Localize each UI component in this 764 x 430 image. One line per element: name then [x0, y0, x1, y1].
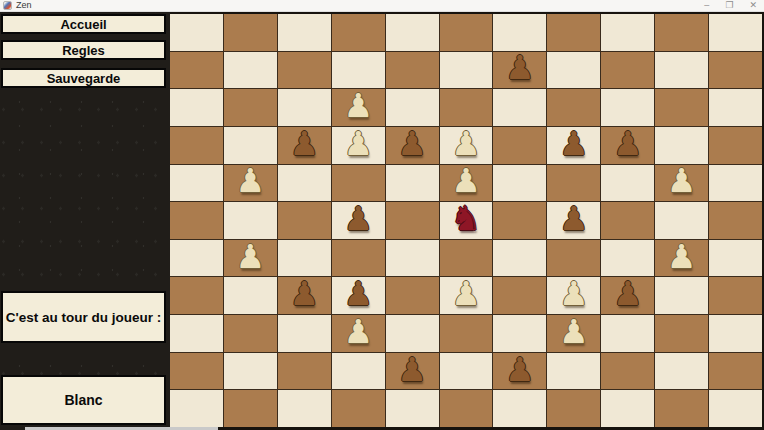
sidebar: Accueil Regles Sauvegarde C'est au tour … [0, 12, 170, 430]
board-cell-3-6[interactable] [332, 240, 385, 277]
board-cell-1-10[interactable] [224, 390, 277, 427]
maximize-button[interactable]: ❐ [725, 1, 733, 10]
board-cell-8-10[interactable] [601, 390, 654, 427]
board-cell-4-6[interactable] [386, 240, 439, 277]
board-cell-1-8[interactable] [224, 315, 277, 352]
board-cell-7-8[interactable]: ♟ [547, 315, 600, 352]
board-cell-2-10[interactable] [278, 390, 331, 427]
board-cell-3-10[interactable] [332, 390, 385, 427]
board-cell-6-4[interactable] [493, 165, 546, 202]
board-cell-2-1[interactable] [278, 52, 331, 89]
turn-indicator-text: C'est au tour du joueur : [6, 310, 161, 325]
board-cell-7-10[interactable] [547, 390, 600, 427]
turn-player-box: Blanc [1, 375, 166, 425]
app-window: Zen – ❐ ✕ Accueil Regles Sauvegarde C'es… [0, 0, 764, 430]
board-cell-7-3[interactable]: ♟ [547, 127, 600, 164]
board-cell-2-8[interactable] [278, 315, 331, 352]
board-cell-1-6[interactable]: ♟ [224, 240, 277, 277]
board-cell-8-9[interactable] [601, 353, 654, 390]
window-controls: – ❐ ✕ [704, 1, 761, 10]
board-cell-2-9[interactable] [278, 353, 331, 390]
board-cell-0-6[interactable] [170, 240, 223, 277]
turn-player-text: Blanc [64, 392, 102, 408]
board-cell-2-7[interactable]: ♟ [278, 277, 331, 314]
board-cell-1-3[interactable] [224, 127, 277, 164]
board-cell-9-4[interactable]: ♟ [655, 165, 708, 202]
java-app-icon [3, 1, 12, 10]
board-cell-0-1[interactable] [170, 52, 223, 89]
board-cell-3-9[interactable] [332, 353, 385, 390]
board-cell-0-3[interactable] [170, 127, 223, 164]
board-cell-4-7[interactable] [386, 277, 439, 314]
brown-stone[interactable]: ♟ [505, 51, 535, 84]
board-cell-4-5[interactable] [386, 202, 439, 239]
board-cell-3-7[interactable]: ♟ [332, 277, 385, 314]
sauvegarde-button-label: Sauvegarde [47, 71, 121, 86]
board-cell-1-2[interactable] [224, 89, 277, 126]
board-cell-8-7[interactable]: ♟ [601, 277, 654, 314]
white-stone[interactable]: ♟ [667, 164, 697, 197]
board-cell-8-6[interactable] [601, 240, 654, 277]
board-cell-6-8[interactable] [493, 315, 546, 352]
board-cell-6-9[interactable]: ♟ [493, 353, 546, 390]
board-cell-6-1[interactable]: ♟ [493, 52, 546, 89]
board-cell-7-5[interactable]: ♟ [547, 202, 600, 239]
board-cell-0-7[interactable] [170, 277, 223, 314]
board-cell-6-5[interactable] [493, 202, 546, 239]
brown-stone[interactable]: ♟ [343, 277, 373, 310]
turn-indicator-label: C'est au tour du joueur : [1, 291, 166, 343]
board-cell-9-2[interactable] [655, 89, 708, 126]
title-bar: Zen – ❐ ✕ [0, 0, 764, 12]
board-cell-7-7[interactable]: ♟ [547, 277, 600, 314]
board-cell-5-10[interactable] [440, 390, 493, 427]
regles-button[interactable]: Regles [1, 40, 166, 60]
accueil-button-label: Accueil [60, 17, 106, 32]
board-cell-6-10[interactable] [493, 390, 546, 427]
board-cell-3-4[interactable] [332, 165, 385, 202]
board-cell-10-10[interactable] [709, 390, 762, 427]
board-cell-5-8[interactable] [440, 315, 493, 352]
board-cell-0-10[interactable] [170, 390, 223, 427]
minimize-button[interactable]: – [704, 1, 709, 10]
board-cell-4-9[interactable]: ♟ [386, 353, 439, 390]
board-cell-4-2[interactable] [386, 89, 439, 126]
board-cell-2-4[interactable] [278, 165, 331, 202]
board-cell-8-2[interactable] [601, 89, 654, 126]
sauvegarde-button[interactable]: Sauvegarde [1, 68, 166, 88]
white-stone[interactable]: ♟ [451, 277, 481, 310]
white-stone[interactable]: ♟ [343, 127, 373, 160]
board-cell-4-8[interactable] [386, 315, 439, 352]
board-frame: ♟♟♟♟♟♟♟♟♟♟♟♟♞♟♟♟♟♟♟♟♟♟♟♟♟ [170, 12, 764, 430]
brown-stone[interactable]: ♟ [343, 202, 373, 235]
board-cell-9-9[interactable] [655, 353, 708, 390]
board-cell-5-4[interactable]: ♟ [440, 165, 493, 202]
board-cell-8-3[interactable]: ♟ [601, 127, 654, 164]
brown-stone[interactable]: ♟ [397, 127, 427, 160]
board-cell-3-8[interactable]: ♟ [332, 315, 385, 352]
board-cell-10-9[interactable] [709, 353, 762, 390]
board-cell-10-5[interactable] [709, 202, 762, 239]
board-cell-10-8[interactable] [709, 315, 762, 352]
board-cell-2-3[interactable]: ♟ [278, 127, 331, 164]
brown-stone[interactable]: ♟ [613, 127, 643, 160]
board-cell-10-7[interactable] [709, 277, 762, 314]
board-cell-1-1[interactable] [224, 52, 277, 89]
board-cell-0-8[interactable] [170, 315, 223, 352]
board-cell-7-4[interactable] [547, 165, 600, 202]
board-cell-8-5[interactable] [601, 202, 654, 239]
board-cell-5-9[interactable] [440, 353, 493, 390]
board-cell-9-1[interactable] [655, 52, 708, 89]
white-stone[interactable]: ♟ [236, 240, 266, 273]
board-cell-7-1[interactable] [547, 52, 600, 89]
board-cell-4-1[interactable] [386, 52, 439, 89]
white-stone[interactable]: ♟ [236, 164, 266, 197]
board-cell-1-9[interactable] [224, 353, 277, 390]
accueil-button[interactable]: Accueil [1, 14, 166, 34]
board-cell-9-6[interactable]: ♟ [655, 240, 708, 277]
board-cell-3-1[interactable] [332, 52, 385, 89]
board-cell-3-0[interactable] [332, 14, 385, 51]
board-cell-9-5[interactable] [655, 202, 708, 239]
board-cell-4-0[interactable] [386, 14, 439, 51]
board-cell-4-3[interactable]: ♟ [386, 127, 439, 164]
board-cell-3-5[interactable]: ♟ [332, 202, 385, 239]
white-stone[interactable]: ♟ [343, 315, 373, 348]
brown-stone[interactable]: ♟ [559, 202, 589, 235]
board-cell-5-2[interactable] [440, 89, 493, 126]
window-title: Zen [16, 1, 32, 10]
board-cell-8-4[interactable] [601, 165, 654, 202]
board-cell-0-4[interactable] [170, 165, 223, 202]
board-cell-5-1[interactable] [440, 52, 493, 89]
brown-stone[interactable]: ♟ [289, 127, 319, 160]
board-cell-2-6[interactable] [278, 240, 331, 277]
board-cell-10-6[interactable] [709, 240, 762, 277]
white-stone[interactable]: ♟ [343, 89, 373, 122]
board-cell-0-2[interactable] [170, 89, 223, 126]
zen-stone[interactable]: ♞ [451, 201, 481, 235]
game-board: ♟♟♟♟♟♟♟♟♟♟♟♟♞♟♟♟♟♟♟♟♟♟♟♟♟ [170, 14, 762, 427]
brown-stone[interactable]: ♟ [289, 277, 319, 310]
brown-stone[interactable]: ♟ [397, 353, 427, 386]
board-cell-10-1[interactable] [709, 52, 762, 89]
white-stone[interactable]: ♟ [559, 315, 589, 348]
white-stone[interactable]: ♟ [451, 127, 481, 160]
regles-button-label: Regles [62, 43, 105, 58]
board-cell-5-0[interactable] [440, 14, 493, 51]
board-cell-7-6[interactable] [547, 240, 600, 277]
board-cell-5-5[interactable]: ♞ [440, 202, 493, 239]
board-cell-5-6[interactable] [440, 240, 493, 277]
board-cell-9-0[interactable] [655, 14, 708, 51]
board-cell-10-2[interactable] [709, 89, 762, 126]
board-cell-6-0[interactable] [493, 14, 546, 51]
board-cell-8-1[interactable] [601, 52, 654, 89]
board-cell-0-0[interactable] [170, 14, 223, 51]
board-cell-2-2[interactable] [278, 89, 331, 126]
board-cell-3-3[interactable]: ♟ [332, 127, 385, 164]
white-stone[interactable]: ♟ [559, 277, 589, 310]
board-cell-7-0[interactable] [547, 14, 600, 51]
board-cell-0-5[interactable] [170, 202, 223, 239]
board-cell-6-7[interactable] [493, 277, 546, 314]
board-cell-4-4[interactable] [386, 165, 439, 202]
board-cell-5-3[interactable]: ♟ [440, 127, 493, 164]
board-cell-9-7[interactable] [655, 277, 708, 314]
board-cell-8-8[interactable] [601, 315, 654, 352]
board-cell-5-7[interactable]: ♟ [440, 277, 493, 314]
board-cell-1-5[interactable] [224, 202, 277, 239]
board-cell-10-3[interactable] [709, 127, 762, 164]
board-cell-8-0[interactable] [601, 14, 654, 51]
board-cell-2-0[interactable] [278, 14, 331, 51]
brown-stone[interactable]: ♟ [505, 353, 535, 386]
board-cell-1-0[interactable] [224, 14, 277, 51]
white-stone[interactable]: ♟ [451, 164, 481, 197]
board-cell-7-2[interactable] [547, 89, 600, 126]
board-cell-9-3[interactable] [655, 127, 708, 164]
board-cell-0-9[interactable] [170, 353, 223, 390]
board-cell-10-4[interactable] [709, 165, 762, 202]
board-cell-3-2[interactable]: ♟ [332, 89, 385, 126]
brown-stone[interactable]: ♟ [613, 277, 643, 310]
board-cell-9-8[interactable] [655, 315, 708, 352]
board-cell-6-3[interactable] [493, 127, 546, 164]
board-cell-10-0[interactable] [709, 14, 762, 51]
board-cell-6-6[interactable] [493, 240, 546, 277]
white-stone[interactable]: ♟ [667, 240, 697, 273]
close-button[interactable]: ✕ [749, 1, 757, 10]
board-cell-9-10[interactable] [655, 390, 708, 427]
board-cell-6-2[interactable] [493, 89, 546, 126]
brown-stone[interactable]: ♟ [559, 127, 589, 160]
board-cell-1-7[interactable] [224, 277, 277, 314]
board-cell-4-10[interactable] [386, 390, 439, 427]
board-cell-2-5[interactable] [278, 202, 331, 239]
board-cell-1-4[interactable]: ♟ [224, 165, 277, 202]
board-cell-7-9[interactable] [547, 353, 600, 390]
